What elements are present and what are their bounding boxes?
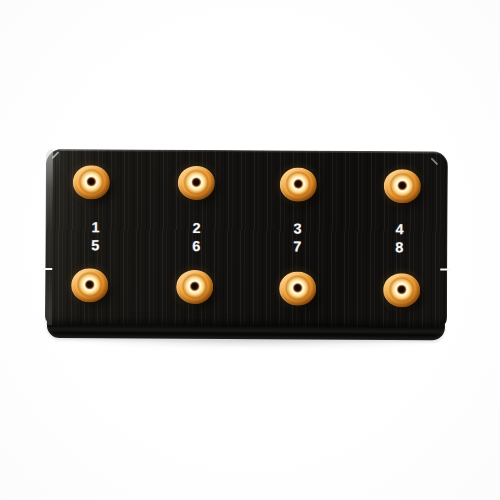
sma-connector-panel: 1 5 2 6 3 7 4 8 [45, 148, 448, 342]
port-number-3: 3 [277, 220, 317, 238]
port-number-4: 4 [379, 221, 419, 239]
sma-connector-8 [383, 273, 420, 307]
left-edge-seam-notch [42, 268, 52, 270]
sma-connector-6 [176, 270, 213, 304]
sma-connector-7 [279, 271, 316, 305]
port-label-column-4: 4 8 [379, 221, 419, 256]
port-number-1: 1 [75, 219, 115, 237]
port-label-column-3: 3 7 [277, 220, 317, 255]
sma-connector-5 [71, 268, 108, 302]
port-number-7: 7 [277, 238, 317, 256]
port-number-5: 5 [75, 237, 115, 255]
port-label-column-2: 2 6 [176, 220, 216, 255]
sma-connector-3 [280, 167, 317, 201]
port-number-6: 6 [176, 237, 216, 255]
sma-connector-4 [384, 169, 421, 203]
port-number-8: 8 [379, 239, 419, 257]
product-photo-scene: 1 5 2 6 3 7 4 8 [0, 0, 500, 500]
port-number-2: 2 [176, 220, 216, 238]
right-edge-seam-notch [440, 268, 450, 270]
sma-connector-2 [178, 166, 215, 200]
sma-connector-1 [73, 165, 110, 199]
port-label-column-1: 1 5 [75, 219, 115, 254]
